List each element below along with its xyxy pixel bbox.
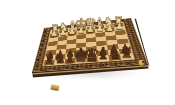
piece-white-pawn[interactable]: ♟ <box>96 24 104 33</box>
piece-white-pawn[interactable]: ♟ <box>86 25 94 34</box>
piece-white-pawn[interactable]: ♟ <box>115 22 123 31</box>
chess-set-photo: ♜♞♝♚♛♝♞♜♟♟♟♟♟♟♟♟♟♟♟♟♟♟♟♟♜♞♝♚♛♝♞♜ <box>0 0 175 105</box>
piece-white-pawn[interactable]: ♟ <box>77 26 85 35</box>
piece-white-pawn[interactable]: ♟ <box>105 23 113 32</box>
piece-white-pawn[interactable]: ♟ <box>59 28 67 36</box>
piece-white-pawn[interactable]: ♟ <box>68 27 76 36</box>
piece-black-rook[interactable]: ♜ <box>120 46 133 60</box>
piece-white-pawn[interactable]: ♟ <box>51 29 58 37</box>
pieces-layer: ♜♞♝♚♛♝♞♜♟♟♟♟♟♟♟♟♟♟♟♟♟♟♟♟♜♞♝♚♛♝♞♜ <box>0 0 175 105</box>
